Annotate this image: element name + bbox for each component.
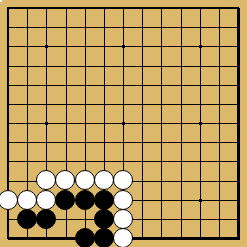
intersection[interactable]: [56, 37, 75, 56]
intersection[interactable]: [152, 113, 171, 132]
intersection[interactable]: ○: [0, 190, 18, 209]
intersection[interactable]: [171, 171, 190, 190]
intersection[interactable]: [228, 113, 247, 132]
intersection[interactable]: [228, 171, 247, 190]
white-stone[interactable]: ○: [55, 170, 75, 190]
intersection[interactable]: [56, 133, 75, 152]
intersection[interactable]: [133, 75, 152, 94]
intersection[interactable]: [37, 56, 56, 75]
intersection[interactable]: ●: [18, 209, 37, 228]
intersection[interactable]: [228, 0, 247, 18]
black-stone[interactable]: ●: [36, 209, 56, 229]
intersection[interactable]: [171, 37, 190, 56]
intersection[interactable]: [209, 94, 228, 113]
intersection[interactable]: ○: [56, 171, 75, 190]
intersection[interactable]: [75, 0, 94, 18]
intersection[interactable]: [190, 75, 209, 94]
intersection[interactable]: [190, 190, 209, 209]
white-stone[interactable]: ○: [113, 190, 133, 210]
intersection[interactable]: [171, 209, 190, 228]
intersection[interactable]: ○: [113, 171, 132, 190]
intersection[interactable]: [113, 56, 132, 75]
intersection[interactable]: [209, 75, 228, 94]
board-grid: ○○○○○○○○●●●○●●●○●●○: [0, 0, 247, 247]
intersection[interactable]: [0, 209, 18, 228]
intersection[interactable]: [56, 56, 75, 75]
white-stone[interactable]: ○: [113, 228, 133, 247]
intersection[interactable]: [152, 94, 171, 113]
intersection[interactable]: [209, 190, 228, 209]
intersection[interactable]: [56, 18, 75, 37]
intersection[interactable]: [209, 133, 228, 152]
intersection[interactable]: [37, 37, 56, 56]
white-stone[interactable]: ○: [113, 209, 133, 229]
intersection[interactable]: [152, 228, 171, 247]
intersection[interactable]: [113, 0, 132, 18]
intersection[interactable]: [113, 152, 132, 171]
intersection[interactable]: [152, 190, 171, 209]
intersection[interactable]: [18, 228, 37, 247]
intersection[interactable]: [152, 75, 171, 94]
intersection[interactable]: [75, 209, 94, 228]
intersection[interactable]: [0, 171, 18, 190]
intersection[interactable]: [37, 94, 56, 113]
intersection[interactable]: [56, 94, 75, 113]
intersection[interactable]: [113, 113, 132, 132]
intersection[interactable]: [94, 152, 113, 171]
intersection[interactable]: [0, 228, 18, 247]
intersection[interactable]: [152, 18, 171, 37]
intersection[interactable]: [209, 171, 228, 190]
intersection[interactable]: [190, 56, 209, 75]
intersection[interactable]: [228, 56, 247, 75]
intersection[interactable]: [0, 113, 18, 132]
intersection[interactable]: [37, 0, 56, 18]
intersection[interactable]: [0, 152, 18, 171]
intersection[interactable]: [18, 94, 37, 113]
intersection[interactable]: [209, 209, 228, 228]
black-stone[interactable]: ●: [55, 190, 75, 210]
intersection[interactable]: [75, 94, 94, 113]
intersection[interactable]: [56, 0, 75, 18]
white-stone[interactable]: ○: [113, 170, 133, 190]
intersection[interactable]: [152, 152, 171, 171]
intersection[interactable]: [133, 18, 152, 37]
black-stone[interactable]: ●: [75, 228, 95, 247]
white-stone[interactable]: ○: [75, 170, 95, 190]
intersection[interactable]: [94, 37, 113, 56]
black-stone[interactable]: ●: [75, 190, 95, 210]
intersection[interactable]: [190, 152, 209, 171]
intersection[interactable]: [133, 94, 152, 113]
black-stone[interactable]: ●: [94, 190, 114, 210]
intersection[interactable]: ●: [75, 190, 94, 209]
intersection[interactable]: ●: [94, 209, 113, 228]
intersection[interactable]: [133, 190, 152, 209]
intersection[interactable]: [133, 133, 152, 152]
intersection[interactable]: [228, 228, 247, 247]
intersection[interactable]: [75, 37, 94, 56]
intersection[interactable]: [113, 94, 132, 113]
intersection[interactable]: [171, 228, 190, 247]
intersection[interactable]: [209, 152, 228, 171]
intersection[interactable]: [190, 113, 209, 132]
intersection[interactable]: [171, 0, 190, 18]
intersection[interactable]: [209, 37, 228, 56]
intersection[interactable]: [113, 133, 132, 152]
intersection[interactable]: [56, 152, 75, 171]
intersection[interactable]: [94, 94, 113, 113]
intersection[interactable]: ○: [75, 171, 94, 190]
intersection[interactable]: [133, 37, 152, 56]
intersection[interactable]: [56, 113, 75, 132]
intersection[interactable]: [228, 190, 247, 209]
intersection[interactable]: [190, 171, 209, 190]
intersection[interactable]: ○: [37, 171, 56, 190]
intersection[interactable]: ○: [18, 190, 37, 209]
intersection[interactable]: [113, 18, 132, 37]
intersection[interactable]: ○: [113, 209, 132, 228]
intersection[interactable]: [228, 133, 247, 152]
intersection[interactable]: [18, 113, 37, 132]
intersection[interactable]: [75, 152, 94, 171]
intersection[interactable]: [133, 152, 152, 171]
black-stone[interactable]: ●: [94, 228, 114, 247]
white-stone[interactable]: ○: [36, 190, 56, 210]
intersection[interactable]: [75, 133, 94, 152]
intersection[interactable]: [152, 0, 171, 18]
intersection[interactable]: [209, 0, 228, 18]
intersection[interactable]: [228, 18, 247, 37]
intersection[interactable]: [133, 113, 152, 132]
intersection[interactable]: [94, 75, 113, 94]
intersection[interactable]: [0, 56, 18, 75]
intersection[interactable]: [113, 75, 132, 94]
white-stone[interactable]: ○: [0, 190, 18, 210]
intersection[interactable]: [18, 56, 37, 75]
intersection[interactable]: ●: [94, 228, 113, 247]
intersection[interactable]: [133, 56, 152, 75]
intersection[interactable]: [0, 94, 18, 113]
intersection[interactable]: [228, 94, 247, 113]
intersection[interactable]: [94, 56, 113, 75]
intersection[interactable]: [171, 133, 190, 152]
intersection[interactable]: [133, 228, 152, 247]
intersection[interactable]: [190, 209, 209, 228]
intersection[interactable]: [228, 75, 247, 94]
intersection[interactable]: [171, 56, 190, 75]
intersection[interactable]: [209, 18, 228, 37]
intersection[interactable]: [18, 0, 37, 18]
intersection[interactable]: ●: [94, 190, 113, 209]
intersection[interactable]: [152, 209, 171, 228]
intersection[interactable]: [190, 228, 209, 247]
intersection[interactable]: [209, 56, 228, 75]
intersection[interactable]: [0, 133, 18, 152]
intersection[interactable]: [75, 18, 94, 37]
black-stone[interactable]: ●: [94, 209, 114, 229]
intersection[interactable]: [56, 75, 75, 94]
intersection[interactable]: [94, 18, 113, 37]
background-corner: [0, 0, 2, 2]
intersection[interactable]: [18, 133, 37, 152]
intersection[interactable]: [152, 133, 171, 152]
intersection[interactable]: [209, 113, 228, 132]
intersection[interactable]: [190, 0, 209, 18]
intersection[interactable]: [133, 0, 152, 18]
white-stone[interactable]: ○: [94, 170, 114, 190]
intersection[interactable]: [171, 94, 190, 113]
intersection[interactable]: [37, 152, 56, 171]
intersection[interactable]: [228, 37, 247, 56]
intersection[interactable]: [56, 228, 75, 247]
intersection[interactable]: [190, 18, 209, 37]
intersection[interactable]: [56, 209, 75, 228]
white-stone[interactable]: ○: [17, 190, 37, 210]
intersection[interactable]: [18, 18, 37, 37]
intersection[interactable]: [152, 37, 171, 56]
intersection[interactable]: [133, 171, 152, 190]
intersection[interactable]: [94, 113, 113, 132]
intersection[interactable]: [75, 75, 94, 94]
intersection[interactable]: [171, 190, 190, 209]
intersection[interactable]: [228, 209, 247, 228]
white-stone[interactable]: ○: [36, 170, 56, 190]
intersection[interactable]: [75, 113, 94, 132]
intersection[interactable]: ●: [37, 209, 56, 228]
intersection[interactable]: [133, 209, 152, 228]
intersection[interactable]: [37, 133, 56, 152]
intersection[interactable]: [0, 18, 18, 37]
intersection[interactable]: [190, 37, 209, 56]
intersection[interactable]: [0, 0, 18, 18]
intersection[interactable]: [75, 56, 94, 75]
intersection[interactable]: ○: [113, 228, 132, 247]
intersection[interactable]: ○: [37, 190, 56, 209]
intersection[interactable]: [190, 94, 209, 113]
intersection[interactable]: [113, 37, 132, 56]
intersection[interactable]: [0, 75, 18, 94]
intersection[interactable]: ●: [75, 228, 94, 247]
intersection[interactable]: [94, 0, 113, 18]
intersection[interactable]: [190, 133, 209, 152]
intersection[interactable]: [152, 171, 171, 190]
intersection[interactable]: ●: [56, 190, 75, 209]
intersection[interactable]: [94, 133, 113, 152]
intersection[interactable]: [37, 228, 56, 247]
intersection[interactable]: [37, 75, 56, 94]
intersection[interactable]: [228, 152, 247, 171]
intersection[interactable]: [209, 228, 228, 247]
intersection[interactable]: ○: [94, 171, 113, 190]
intersection[interactable]: [171, 152, 190, 171]
intersection[interactable]: [37, 113, 56, 132]
intersection[interactable]: [18, 75, 37, 94]
intersection[interactable]: [171, 75, 190, 94]
intersection[interactable]: [18, 152, 37, 171]
intersection[interactable]: [18, 37, 37, 56]
intersection[interactable]: [171, 18, 190, 37]
intersection[interactable]: [0, 37, 18, 56]
intersection[interactable]: ○: [113, 190, 132, 209]
go-board: ○○○○○○○○●●●○●●●○●●○: [0, 0, 247, 247]
black-stone[interactable]: ●: [17, 209, 37, 229]
intersection[interactable]: [37, 18, 56, 37]
intersection[interactable]: [171, 113, 190, 132]
intersection[interactable]: [18, 171, 37, 190]
intersection[interactable]: [152, 56, 171, 75]
